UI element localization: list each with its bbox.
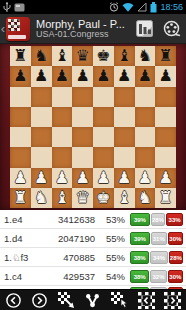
bottom-toolbar <box>0 289 186 310</box>
square-h6[interactable] <box>155 87 176 107</box>
bar-chart-icon <box>136 20 153 37</box>
black-piece: ♞ <box>138 48 152 64</box>
square-c3[interactable] <box>52 147 73 167</box>
white-piece: ♟ <box>158 170 172 186</box>
app-logo-text-strip <box>8 35 26 39</box>
draws-chip: 34% <box>150 251 167 264</box>
square-b4[interactable] <box>31 127 52 147</box>
square-d3[interactable] <box>72 147 93 167</box>
square-b7[interactable]: ♟ <box>31 66 52 86</box>
square-h5[interactable] <box>155 107 176 127</box>
chevron-left-circle-icon <box>5 292 22 309</box>
square-d6[interactable] <box>72 87 93 107</box>
square-b2[interactable]: ♟ <box>31 168 52 188</box>
square-d5[interactable] <box>72 107 93 127</box>
square-a3[interactable] <box>10 147 31 167</box>
square-g7[interactable]: ♟ <box>135 66 156 86</box>
draws-chip: 31% <box>151 232 167 245</box>
white-piece: ♟ <box>75 170 89 186</box>
book-move: 1.e4 <box>4 214 36 225</box>
square-f4[interactable] <box>114 127 135 147</box>
square-b6[interactable] <box>31 87 52 107</box>
draws-chip: 32% <box>150 270 166 283</box>
page-subtitle: USA-01.Congress <box>36 30 125 40</box>
book-move: 1.c4 <box>4 271 36 282</box>
square-a7[interactable]: ♟ <box>10 66 31 86</box>
result-bar: 39%28%33% <box>130 213 183 226</box>
book-games: 429537 <box>36 271 101 282</box>
white-piece: ♛ <box>75 190 89 206</box>
square-c7[interactable]: ♟ <box>52 66 73 86</box>
square-a4[interactable] <box>10 127 31 147</box>
square-e4[interactable] <box>93 127 114 147</box>
book-row[interactable]: 1.♘f347088555%38%34%28% <box>0 248 186 267</box>
games-button[interactable] <box>158 14 186 44</box>
square-e3[interactable] <box>93 147 114 167</box>
white-piece: ♟ <box>13 170 27 186</box>
black-wins-chip: 30% <box>168 232 183 245</box>
alarm-icon <box>109 2 119 12</box>
flip-board-button[interactable] <box>55 290 77 310</box>
square-c6[interactable] <box>52 87 73 107</box>
white-piece: ♟ <box>55 170 69 186</box>
square-g8[interactable]: ♞ <box>135 46 156 66</box>
draws-chip: 28% <box>151 213 165 226</box>
board-frame: ♜♞♝♛♚♝♞♜♟♟♟♟♟♟♟♟♟♟♟♟♟♟♟♟♜♞♝♛♚♝♞♜ <box>0 44 186 210</box>
book-score: 55% <box>101 252 130 263</box>
white-piece: ♞ <box>34 190 48 206</box>
sd-card-icon <box>14 3 25 12</box>
square-c1[interactable]: ♝ <box>52 188 73 208</box>
black-piece: ♟ <box>96 68 110 84</box>
white-piece: ♟ <box>34 170 48 186</box>
square-f6[interactable] <box>114 87 135 107</box>
square-h3[interactable] <box>155 147 176 167</box>
book-games: 470885 <box>36 252 101 263</box>
signal-icon <box>137 2 147 12</box>
book-score: 54% <box>101 271 130 282</box>
square-c4[interactable] <box>52 127 73 147</box>
black-piece: ♟ <box>117 68 131 84</box>
black-piece: ♚ <box>96 48 110 64</box>
square-a5[interactable] <box>10 107 31 127</box>
book-row[interactable]: 1.d4204719055%39%31%30% <box>0 229 186 248</box>
white-piece: ♞ <box>138 190 152 206</box>
result-bar: 38%32%30% <box>130 270 183 283</box>
page-title: Morphy, Paul - P... <box>36 18 125 30</box>
white-piece: ♟ <box>138 170 152 186</box>
square-b1[interactable]: ♞ <box>31 188 52 208</box>
book-move: 1.d4 <box>4 233 36 244</box>
white-piece: ♚ <box>96 190 110 206</box>
square-h7[interactable]: ♟ <box>155 66 176 86</box>
board-arrow-icon <box>58 292 75 309</box>
next-move-button[interactable] <box>29 290 51 310</box>
prev-game-button[interactable] <box>135 290 157 310</box>
film-reel-icon <box>163 20 181 38</box>
board-hand-icon <box>111 292 128 309</box>
black-piece: ♟ <box>158 68 172 84</box>
next-game-button[interactable] <box>162 290 184 310</box>
square-h8[interactable]: ♜ <box>155 46 176 66</box>
square-f5[interactable] <box>114 107 135 127</box>
square-d8[interactable]: ♛ <box>72 46 93 66</box>
white-wins-chip: 39% <box>130 213 150 226</box>
book-games: 2047190 <box>36 233 101 244</box>
square-f8[interactable]: ♝ <box>114 46 135 66</box>
black-piece: ♟ <box>34 68 48 84</box>
status-time: 18:56 <box>160 0 183 14</box>
share-button[interactable] <box>82 290 104 310</box>
square-f2[interactable]: ♟ <box>114 168 135 188</box>
square-a2[interactable]: ♟ <box>10 168 31 188</box>
opening-book-list: 1.e4341263853%39%28%33%1.d4204719055%39%… <box>0 210 186 290</box>
square-d1[interactable]: ♛ <box>72 188 93 208</box>
white-wins-chip: 39% <box>130 232 150 245</box>
black-wins-chip: 28% <box>169 251 183 264</box>
white-piece: ♟ <box>117 170 131 186</box>
status-bar: 18:56 <box>0 0 186 14</box>
square-c5[interactable] <box>52 107 73 127</box>
square-g3[interactable] <box>135 147 156 167</box>
square-a8[interactable]: ♜ <box>10 46 31 66</box>
square-c2[interactable]: ♟ <box>52 168 73 188</box>
black-wins-chip: 33% <box>166 213 183 226</box>
square-b3[interactable] <box>31 147 52 167</box>
black-piece: ♛ <box>75 48 89 64</box>
square-a1[interactable]: ♜ <box>10 188 31 208</box>
square-g5[interactable] <box>135 107 156 127</box>
black-piece: ♞ <box>34 48 48 64</box>
square-d2[interactable]: ♟ <box>72 168 93 188</box>
square-a6[interactable] <box>10 87 31 107</box>
square-f1[interactable]: ♝ <box>114 188 135 208</box>
black-piece: ♟ <box>75 68 89 84</box>
black-piece: ♜ <box>158 48 172 64</box>
white-wins-chip: 38% <box>130 270 149 283</box>
square-e2[interactable]: ♟ <box>93 168 114 188</box>
square-g2[interactable]: ♟ <box>135 168 156 188</box>
square-g1[interactable]: ♞ <box>135 188 156 208</box>
white-piece: ♟ <box>96 170 110 186</box>
square-e6[interactable] <box>93 87 114 107</box>
black-piece: ♟ <box>55 68 69 84</box>
result-bar: 39%31%30% <box>130 232 183 245</box>
square-h2[interactable]: ♟ <box>155 168 176 188</box>
enter-move-button[interactable] <box>109 290 131 310</box>
battery-icon <box>150 2 157 13</box>
square-f7[interactable]: ♟ <box>114 66 135 86</box>
chevron-right-circle-icon <box>31 292 48 309</box>
square-c8[interactable]: ♝ <box>52 46 73 66</box>
square-f3[interactable] <box>114 147 135 167</box>
chess-board[interactable]: ♜♞♝♛♚♝♞♜♟♟♟♟♟♟♟♟♟♟♟♟♟♟♟♟♜♞♝♛♚♝♞♜ <box>10 46 176 208</box>
usb-debugging-icon <box>3 2 11 13</box>
book-row[interactable]: 1.e4341263853%39%28%33% <box>0 210 186 229</box>
book-games: 3412638 <box>36 214 101 225</box>
checkerboard-logo-icon <box>8 19 20 31</box>
book-score: 55% <box>101 233 130 244</box>
share-icon <box>84 292 101 309</box>
square-e1[interactable]: ♚ <box>93 188 114 208</box>
square-g4[interactable] <box>135 127 156 147</box>
white-piece: ♜ <box>13 190 27 206</box>
statistics-button[interactable] <box>130 14 158 44</box>
square-e7[interactable]: ♟ <box>93 66 114 86</box>
black-piece: ♟ <box>138 68 152 84</box>
app-icon[interactable] <box>6 17 30 41</box>
square-b5[interactable] <box>31 107 52 127</box>
black-piece: ♜ <box>13 48 27 64</box>
prev-move-button[interactable] <box>2 290 24 310</box>
wifi-icon <box>122 2 134 12</box>
square-g6[interactable] <box>135 87 156 107</box>
white-piece: ♝ <box>117 190 131 206</box>
white-wins-chip: 38% <box>130 251 149 264</box>
book-row[interactable]: 1.c442953754%38%32%30% <box>0 267 186 286</box>
result-bar: 38%34%28% <box>130 251 183 264</box>
square-e5[interactable] <box>93 107 114 127</box>
black-piece: ♝ <box>117 48 131 64</box>
square-d4[interactable] <box>72 127 93 147</box>
square-h1[interactable]: ♜ <box>155 188 176 208</box>
black-piece: ♟ <box>13 68 27 84</box>
book-move: 1.♘f3 <box>4 252 36 263</box>
black-piece: ♝ <box>55 48 69 64</box>
square-b8[interactable]: ♞ <box>31 46 52 66</box>
white-piece: ♝ <box>55 190 69 206</box>
app-screen: 18:56 ‹ Morphy, Paul - P... USA-01.Congr… <box>0 0 186 310</box>
action-bar: ‹ Morphy, Paul - P... USA-01.Congress <box>0 14 186 44</box>
board-chevron-right-icon <box>164 292 181 309</box>
board-chevron-left-icon <box>138 292 155 309</box>
book-score: 53% <box>101 214 130 225</box>
white-piece: ♜ <box>158 190 172 206</box>
black-wins-chip: 30% <box>168 270 183 283</box>
square-h4[interactable] <box>155 127 176 147</box>
square-d7[interactable]: ♟ <box>72 66 93 86</box>
square-e8[interactable]: ♚ <box>93 46 114 66</box>
